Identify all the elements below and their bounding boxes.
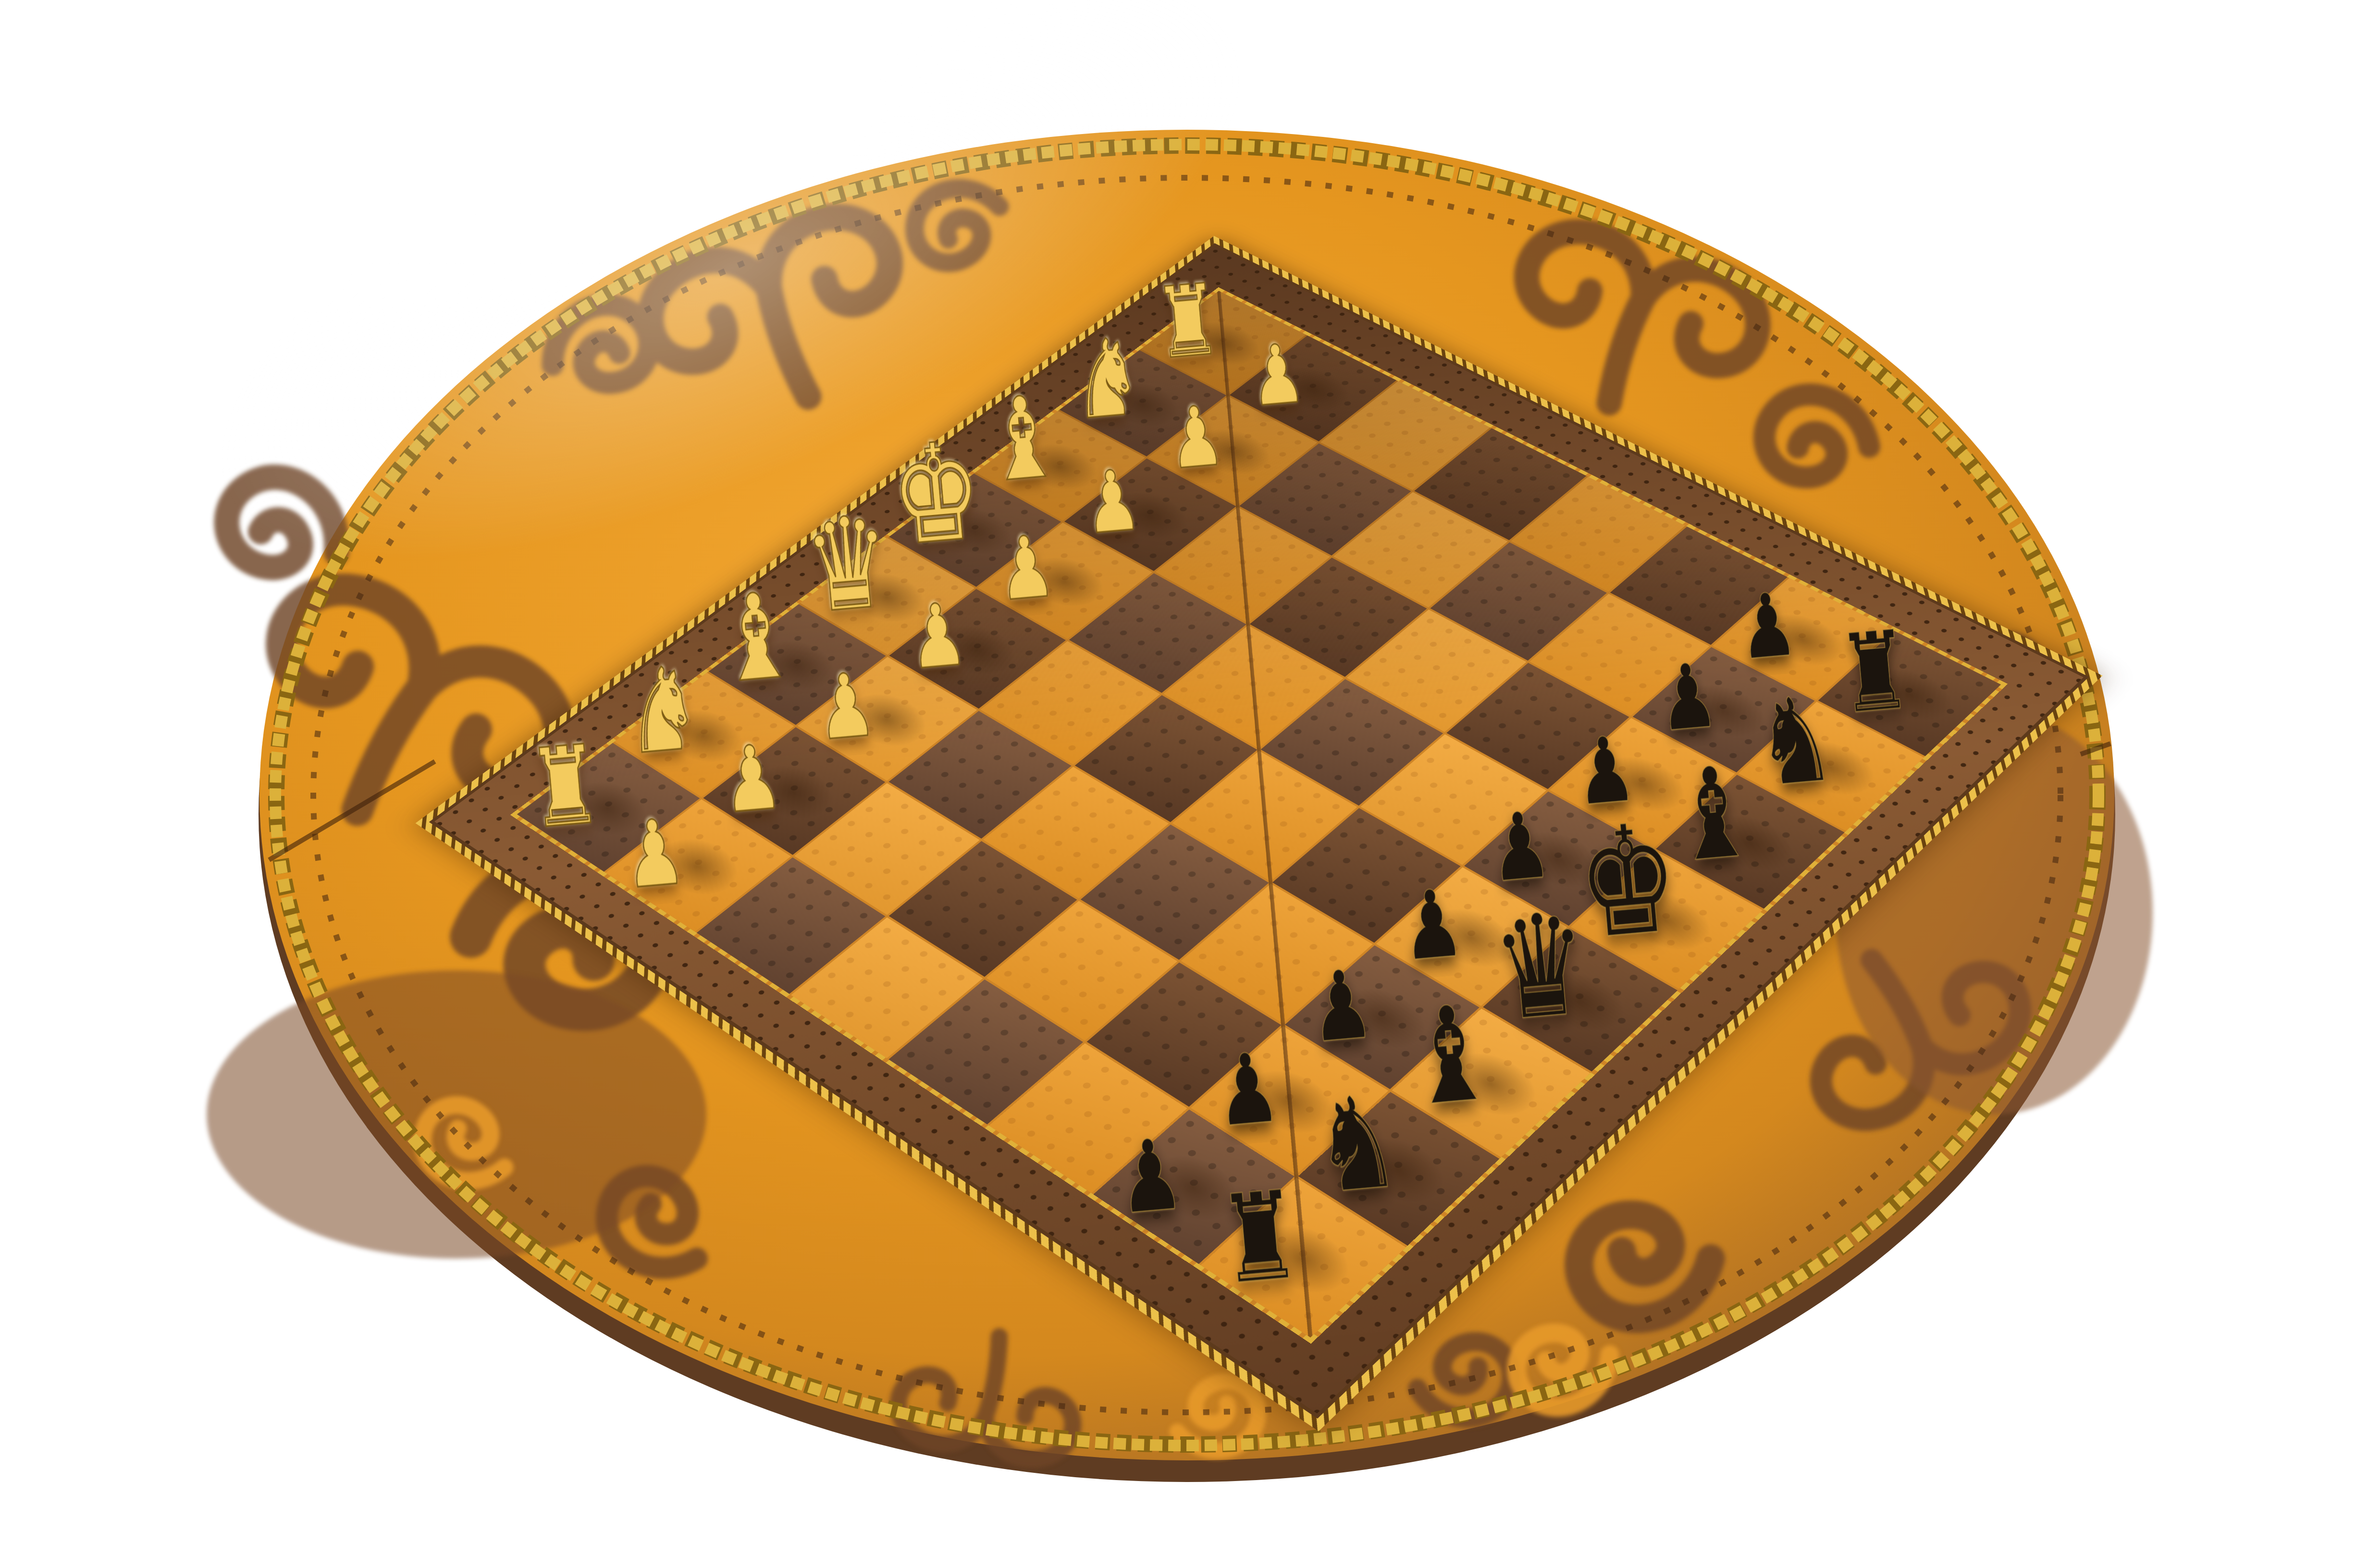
piece-black-queen[interactable]: ♛ [1488,893,1593,1041]
piece-black-pawn[interactable]: ♟ [1306,956,1377,1056]
piece-black-pawn[interactable]: ♟ [1486,798,1554,895]
piece-black-pawn[interactable]: ♟ [1735,580,1801,673]
scene: ♜♟♟♜♞♟♟♞♝♟♟♝♚♟♟♚♛♟♟♛♝♟♟♝♞♟♟♞♜♟♟♜ [0,0,2368,1568]
piece-white-knight[interactable]: ♞ [1067,323,1146,435]
piece-black-rook[interactable]: ♜ [1215,1174,1305,1302]
piece-white-pawn[interactable]: ♟ [719,732,785,826]
piece-white-king[interactable]: ♚ [887,423,987,565]
piece-white-bishop[interactable]: ♝ [981,380,1064,499]
piece-black-pawn[interactable]: ♟ [1211,1039,1283,1141]
piece-black-pawn[interactable]: ♟ [1114,1125,1187,1228]
piece-white-pawn[interactable]: ♟ [995,523,1059,613]
piece-white-pawn[interactable]: ♟ [1247,332,1308,418]
piece-black-knight[interactable]: ♞ [1309,1077,1404,1212]
piece-black-bishop[interactable]: ♝ [1666,748,1760,881]
piece-black-knight[interactable]: ♞ [1751,679,1839,804]
piece-white-pawn[interactable]: ♟ [621,806,689,902]
square-f8[interactable]: ♝ [1656,775,1844,908]
piece-white-pawn[interactable]: ♟ [814,661,879,753]
piece-white-rook[interactable]: ♜ [1152,270,1224,373]
square-c8[interactable]: ♝ [1392,1009,1590,1157]
piece-black-bishop[interactable]: ♝ [1401,986,1499,1125]
piece-white-bishop[interactable]: ♝ [713,576,800,700]
piece-white-rook[interactable]: ♜ [525,730,605,844]
piece-white-pawn[interactable]: ♟ [1082,458,1144,546]
piece-black-pawn[interactable]: ♟ [1654,650,1721,745]
square-e8[interactable]: ♚ [1571,850,1762,989]
piece-white-pawn[interactable]: ♟ [906,591,970,682]
piece-black-rook[interactable]: ♜ [1835,615,1915,729]
piece-black-king[interactable]: ♚ [1573,802,1684,961]
piece-white-queen[interactable]: ♛ [801,498,895,631]
piece-white-pawn[interactable]: ♟ [1166,394,1227,482]
piece-black-pawn[interactable]: ♟ [1397,876,1467,975]
piece-white-knight[interactable]: ♞ [620,650,705,771]
